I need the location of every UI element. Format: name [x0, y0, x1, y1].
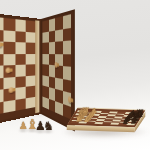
board-square — [55, 29, 62, 42]
board-square — [25, 20, 35, 32]
board-square — [49, 42, 56, 54]
board-square — [63, 40, 71, 53]
board-square — [15, 54, 25, 65]
board-square — [126, 123, 135, 125]
board-square — [25, 42, 35, 53]
board-square — [15, 31, 25, 43]
board-square — [63, 27, 71, 41]
shadow — [34, 130, 46, 133]
board-square — [15, 98, 25, 111]
board-square — [15, 19, 25, 31]
open-chess-board — [69, 107, 150, 140]
board-square — [4, 99, 15, 113]
board-square — [4, 18, 15, 31]
shadow — [18, 129, 28, 132]
board-square — [15, 42, 25, 53]
checkerboard-left-panel — [0, 17, 35, 116]
board-square — [4, 54, 15, 66]
loose-chess-piece-bishop: ♝ — [26, 117, 39, 131]
loose-chess-piece-pawn: ♟ — [19, 121, 28, 131]
board-square — [55, 101, 62, 116]
loose-chess-piece-knight: ♞ — [43, 120, 54, 132]
board-square — [25, 64, 35, 75]
board-square — [4, 42, 15, 54]
checkerboard-playing-surface — [70, 110, 142, 125]
shadow — [25, 129, 39, 132]
board-square — [55, 41, 62, 53]
folding-board-left-panel — [0, 13, 41, 125]
board-square — [15, 65, 25, 77]
board-square — [49, 54, 56, 66]
board-square — [49, 30, 56, 42]
board-square — [49, 98, 56, 112]
board-square — [4, 65, 15, 77]
product-photo-scene: ♜♟♟♜♞♟♟♞♝♟♟♝♚♟♟♚♛♟♟♛♝♟♟♝♞♟♟♞♜♟♟♜♟♝♟♞ — [0, 0, 150, 150]
checkerboard-right-panel — [42, 14, 70, 119]
shadow — [42, 130, 54, 133]
board-square — [63, 54, 71, 67]
folding-chess-board-standing — [0, 13, 104, 119]
board-square — [25, 31, 35, 42]
board-front-edge — [67, 125, 135, 132]
board-square — [25, 96, 35, 109]
board-hinge-edge — [35, 20, 39, 113]
board-square — [25, 54, 35, 65]
board-square — [4, 30, 15, 42]
loose-chess-piece-pawn: ♟ — [35, 120, 46, 132]
board-square — [55, 54, 62, 66]
